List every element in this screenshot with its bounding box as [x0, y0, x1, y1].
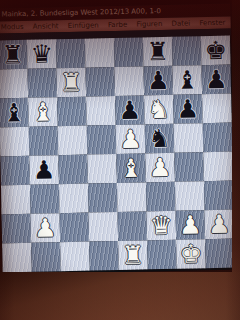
piece-black-rook[interactable]: ♜ [146, 37, 169, 66]
square-a6[interactable]: ♝ [0, 98, 29, 128]
square-c5[interactable] [58, 126, 88, 156]
square-b1[interactable] [31, 242, 61, 272]
piece-black-pawn[interactable]: ♟ [118, 95, 141, 124]
piece-black-king[interactable]: ♚ [204, 36, 227, 65]
piece-black-pawn[interactable]: ♟ [205, 65, 228, 94]
square-g4[interactable] [174, 152, 204, 182]
piece-white-pawn[interactable]: ♟ [34, 213, 57, 242]
square-h8[interactable]: ♚ [201, 36, 231, 66]
square-c4[interactable] [58, 155, 88, 185]
window-title: Mainka, 2. Bundesliga West 2012/13 A00, … [1, 7, 161, 18]
square-a7[interactable] [0, 69, 28, 99]
square-f2[interactable]: ♛ [147, 211, 177, 241]
square-f6[interactable]: ♞ [144, 95, 174, 125]
piece-white-bishop[interactable]: ♝ [31, 97, 54, 126]
piece-white-king[interactable]: ♚ [179, 239, 202, 268]
square-d7[interactable] [85, 67, 115, 97]
square-h4[interactable] [203, 152, 233, 182]
square-c6[interactable] [57, 97, 87, 127]
menu-item-figuren[interactable]: Figuren [136, 18, 162, 31]
square-f7[interactable]: ♟ [143, 66, 173, 96]
piece-white-pawn[interactable]: ♟ [119, 124, 142, 153]
piece-white-pawn[interactable]: ♟ [208, 210, 231, 239]
square-d4[interactable] [87, 154, 117, 184]
square-d1[interactable] [89, 241, 119, 271]
square-g5[interactable] [174, 123, 204, 153]
square-g3[interactable] [175, 181, 205, 211]
square-e7[interactable] [114, 66, 144, 96]
square-g6[interactable]: ♟ [173, 94, 203, 124]
piece-white-rook[interactable]: ♜ [121, 240, 144, 269]
menu-item-farbe[interactable]: Farbe [108, 19, 128, 31]
square-g2[interactable]: ♟ [176, 210, 206, 240]
piece-black-rook[interactable]: ♜ [1, 40, 24, 69]
square-c7[interactable]: ♜ [57, 68, 87, 98]
monitor-right-bezel [232, 0, 240, 286]
square-h2[interactable]: ♟ [205, 210, 235, 240]
chess-app-window: Mainka, 2. Bundesliga West 2012/13 A00, … [0, 4, 236, 275]
square-c2[interactable] [60, 213, 90, 243]
square-e5[interactable]: ♟ [116, 124, 146, 154]
square-g1[interactable]: ♚ [176, 239, 206, 269]
square-h7[interactable]: ♟ [201, 65, 231, 95]
square-d2[interactable] [89, 212, 119, 242]
menu-item-modus[interactable]: Modus [1, 21, 24, 33]
piece-white-queen[interactable]: ♛ [150, 211, 173, 240]
menu-item-fenster[interactable]: Fenster [199, 17, 225, 30]
square-e1[interactable]: ♜ [118, 240, 148, 270]
square-h3[interactable] [204, 181, 234, 211]
piece-white-pawn[interactable]: ♟ [149, 153, 172, 182]
piece-black-knight[interactable]: ♞ [148, 124, 171, 153]
menu-item-ansicht[interactable]: Ansicht [33, 20, 59, 33]
square-b6[interactable]: ♝ [28, 97, 58, 127]
square-h5[interactable] [203, 123, 233, 153]
square-e4[interactable]: ♝ [116, 153, 146, 183]
piece-black-pawn[interactable]: ♟ [147, 66, 170, 95]
square-a4[interactable] [0, 156, 30, 186]
square-c1[interactable] [60, 242, 90, 272]
square-f5[interactable]: ♞ [145, 124, 175, 154]
piece-white-bishop[interactable]: ♝ [120, 153, 143, 182]
piece-black-bishop[interactable]: ♝ [2, 98, 25, 127]
square-f1[interactable] [147, 240, 177, 270]
piece-white-knight[interactable]: ♞ [147, 95, 170, 124]
desk-surface [0, 272, 240, 320]
square-g7[interactable]: ♝ [172, 65, 202, 95]
square-b5[interactable] [29, 126, 59, 156]
square-d6[interactable] [86, 96, 116, 126]
photo-frame: Mainka, 2. Bundesliga West 2012/13 A00, … [0, 0, 240, 320]
square-d3[interactable] [88, 183, 118, 213]
square-b7[interactable] [28, 68, 58, 98]
piece-black-bishop[interactable]: ♝ [176, 65, 199, 94]
square-h6[interactable] [202, 94, 232, 124]
square-d5[interactable] [87, 125, 117, 155]
square-b2[interactable]: ♟ [31, 213, 61, 243]
square-c3[interactable] [59, 184, 89, 214]
square-f8[interactable]: ♜ [143, 37, 173, 67]
square-g8[interactable] [172, 36, 202, 66]
menu-item-einfuegen[interactable]: Einfügen [68, 19, 99, 32]
square-f4[interactable]: ♟ [145, 153, 175, 183]
square-a3[interactable] [1, 185, 31, 215]
square-a2[interactable] [2, 214, 32, 244]
square-e3[interactable] [117, 182, 147, 212]
square-b4[interactable]: ♟ [29, 155, 59, 185]
square-c8[interactable] [56, 39, 86, 69]
square-d8[interactable] [85, 38, 115, 68]
piece-black-pawn[interactable]: ♟ [33, 155, 56, 184]
piece-white-rook[interactable]: ♜ [60, 68, 83, 97]
square-b3[interactable] [30, 184, 60, 214]
menu-item-datei[interactable]: Datei [171, 17, 190, 29]
piece-black-queen[interactable]: ♛ [30, 39, 53, 68]
square-b8[interactable]: ♛ [27, 39, 57, 69]
square-e6[interactable]: ♟ [115, 95, 145, 125]
chess-board: ♜♛♜♚♜♟♝♟♝♝♟♞♟♟♞♟♝♟♟♛♟♟♜♚ [0, 36, 235, 273]
piece-white-pawn[interactable]: ♟ [179, 210, 202, 239]
square-a8[interactable]: ♜ [0, 40, 28, 70]
square-a1[interactable] [2, 243, 32, 273]
square-a5[interactable] [0, 127, 29, 157]
square-h1[interactable] [205, 239, 235, 269]
square-f3[interactable] [146, 182, 176, 212]
square-e8[interactable] [114, 37, 144, 67]
piece-black-pawn[interactable]: ♟ [176, 94, 199, 123]
square-e2[interactable] [118, 211, 148, 241]
